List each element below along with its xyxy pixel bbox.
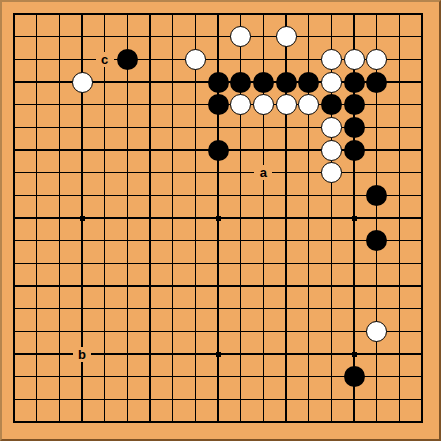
white-stone (72, 72, 93, 93)
black-stone (276, 72, 297, 93)
white-stone (321, 162, 342, 183)
white-stone (253, 94, 274, 115)
white-stone (276, 94, 297, 115)
white-stone (366, 321, 387, 342)
grid-line-horizontal (13, 421, 423, 423)
white-stone (321, 72, 342, 93)
white-stone (321, 140, 342, 161)
black-stone (366, 72, 387, 93)
black-stone (253, 72, 274, 93)
black-stone (366, 230, 387, 251)
black-stone (344, 94, 365, 115)
white-stone (276, 26, 297, 47)
board-label-a: a (254, 165, 272, 180)
black-stone (117, 49, 138, 70)
board-label-c: c (96, 52, 114, 67)
white-stone (344, 49, 365, 70)
black-stone (321, 94, 342, 115)
star-point (352, 216, 357, 221)
white-stone (185, 49, 206, 70)
grid-line-horizontal (13, 399, 423, 401)
grid-line-horizontal (13, 240, 423, 242)
white-stone (366, 49, 387, 70)
black-stone (366, 185, 387, 206)
black-stone (208, 94, 229, 115)
black-stone (298, 72, 319, 93)
board-label-b: b (73, 347, 91, 362)
star-point (80, 216, 85, 221)
black-stone (344, 117, 365, 138)
grid-line-horizontal (13, 308, 423, 310)
star-point (216, 216, 221, 221)
go-board: cab (0, 0, 441, 441)
grid-line-vertical (399, 13, 401, 423)
star-point (352, 352, 357, 357)
white-stone (321, 117, 342, 138)
black-stone (208, 140, 229, 161)
black-stone (344, 72, 365, 93)
grid-line-horizontal (13, 285, 423, 287)
black-stone (208, 72, 229, 93)
white-stone (321, 49, 342, 70)
black-stone (230, 72, 251, 93)
grid-line-horizontal (13, 331, 423, 333)
white-stone (230, 94, 251, 115)
star-point (216, 352, 221, 357)
black-stone (344, 140, 365, 161)
white-stone (230, 26, 251, 47)
black-stone (344, 366, 365, 387)
grid-line-vertical (421, 13, 423, 423)
white-stone (298, 94, 319, 115)
grid-line-horizontal (13, 263, 423, 265)
